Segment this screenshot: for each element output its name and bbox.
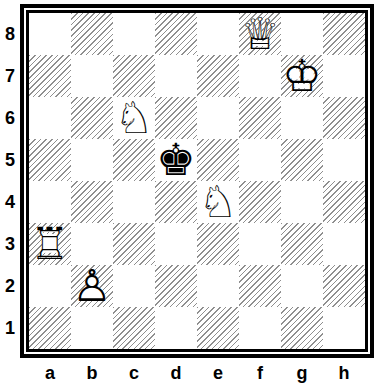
white-queen-f8[interactable]: ♛♕ xyxy=(239,13,281,55)
square-e8[interactable] xyxy=(197,13,239,55)
rank-label-7: 7 xyxy=(0,55,20,97)
square-b4[interactable] xyxy=(71,181,113,223)
rank-label-2: 2 xyxy=(0,265,20,307)
square-a6[interactable] xyxy=(29,97,71,139)
square-h7[interactable] xyxy=(323,55,365,97)
file-label-e: e xyxy=(197,361,239,386)
square-c3[interactable] xyxy=(113,223,155,265)
piece-outline-glyph: ♘ xyxy=(113,97,155,139)
square-g3[interactable] xyxy=(281,223,323,265)
white-pawn-b2[interactable]: ♟♙ xyxy=(71,265,113,307)
file-label-g: g xyxy=(281,361,323,386)
square-a5[interactable] xyxy=(29,139,71,181)
square-g4[interactable] xyxy=(281,181,323,223)
square-d6[interactable] xyxy=(155,97,197,139)
board-inner-frame: ♛♕♚♔♞♘♚♞♘♜♖♟♙ xyxy=(26,10,368,352)
piece-outline-glyph: ♖ xyxy=(29,223,71,265)
piece-outline-glyph: ♘ xyxy=(197,181,239,223)
square-a3[interactable]: ♜♖ xyxy=(29,223,71,265)
white-king-g7[interactable]: ♚♔ xyxy=(281,55,323,97)
square-e5[interactable] xyxy=(197,139,239,181)
square-c7[interactable] xyxy=(113,55,155,97)
square-e1[interactable] xyxy=(197,307,239,349)
square-d5[interactable]: ♚ xyxy=(155,139,197,181)
square-f6[interactable] xyxy=(239,97,281,139)
square-h3[interactable] xyxy=(323,223,365,265)
square-f7[interactable] xyxy=(239,55,281,97)
rank-label-6: 6 xyxy=(0,97,20,139)
chess-diagram: 87654321 ♛♕♚♔♞♘♚♞♘♜♖♟♙ abcdefgh xyxy=(0,0,382,387)
square-a1[interactable] xyxy=(29,307,71,349)
square-h8[interactable] xyxy=(323,13,365,55)
white-knight-c6[interactable]: ♞♘ xyxy=(113,97,155,139)
white-knight-e4[interactable]: ♞♘ xyxy=(197,181,239,223)
square-f2[interactable] xyxy=(239,265,281,307)
square-d3[interactable] xyxy=(155,223,197,265)
square-a7[interactable] xyxy=(29,55,71,97)
white-rook-a3[interactable]: ♜♖ xyxy=(29,223,71,265)
file-label-c: c xyxy=(113,361,155,386)
square-e2[interactable] xyxy=(197,265,239,307)
square-e3[interactable] xyxy=(197,223,239,265)
square-d7[interactable] xyxy=(155,55,197,97)
square-c4[interactable] xyxy=(113,181,155,223)
square-a8[interactable] xyxy=(29,13,71,55)
square-h4[interactable] xyxy=(323,181,365,223)
piece-outline-glyph: ♔ xyxy=(281,55,323,97)
square-g2[interactable] xyxy=(281,265,323,307)
square-c8[interactable] xyxy=(113,13,155,55)
piece-solid-glyph: ♚ xyxy=(155,139,197,181)
piece-outline-glyph: ♙ xyxy=(71,265,113,307)
rank-label-8: 8 xyxy=(0,13,20,55)
square-h2[interactable] xyxy=(323,265,365,307)
rank-label-4: 4 xyxy=(0,181,20,223)
chess-board: ♛♕♚♔♞♘♚♞♘♜♖♟♙ xyxy=(20,4,374,358)
square-h6[interactable] xyxy=(323,97,365,139)
file-label-f: f xyxy=(239,361,281,386)
square-b3[interactable] xyxy=(71,223,113,265)
square-e6[interactable] xyxy=(197,97,239,139)
square-d1[interactable] xyxy=(155,307,197,349)
square-f8[interactable]: ♛♕ xyxy=(239,13,281,55)
rank-labels: 87654321 xyxy=(0,13,20,349)
square-h5[interactable] xyxy=(323,139,365,181)
square-a2[interactable] xyxy=(29,265,71,307)
square-b1[interactable] xyxy=(71,307,113,349)
square-e7[interactable] xyxy=(197,55,239,97)
square-f5[interactable] xyxy=(239,139,281,181)
square-b8[interactable] xyxy=(71,13,113,55)
square-g7[interactable]: ♚♔ xyxy=(281,55,323,97)
square-h1[interactable] xyxy=(323,307,365,349)
square-c6[interactable]: ♞♘ xyxy=(113,97,155,139)
square-b7[interactable] xyxy=(71,55,113,97)
square-f1[interactable] xyxy=(239,307,281,349)
square-c5[interactable] xyxy=(113,139,155,181)
square-f3[interactable] xyxy=(239,223,281,265)
square-g1[interactable] xyxy=(281,307,323,349)
square-d2[interactable] xyxy=(155,265,197,307)
file-label-a: a xyxy=(29,361,71,386)
file-label-d: d xyxy=(155,361,197,386)
rank-label-5: 5 xyxy=(0,139,20,181)
square-b5[interactable] xyxy=(71,139,113,181)
square-f4[interactable] xyxy=(239,181,281,223)
file-label-b: b xyxy=(71,361,113,386)
square-b6[interactable] xyxy=(71,97,113,139)
square-c1[interactable] xyxy=(113,307,155,349)
rank-label-1: 1 xyxy=(0,307,20,349)
file-label-h: h xyxy=(323,361,365,386)
square-d8[interactable] xyxy=(155,13,197,55)
square-d4[interactable] xyxy=(155,181,197,223)
rank-label-3: 3 xyxy=(0,223,20,265)
square-g5[interactable] xyxy=(281,139,323,181)
square-c2[interactable] xyxy=(113,265,155,307)
square-a4[interactable] xyxy=(29,181,71,223)
square-b2[interactable]: ♟♙ xyxy=(71,265,113,307)
board-grid: ♛♕♚♔♞♘♚♞♘♜♖♟♙ xyxy=(29,13,365,349)
file-labels: abcdefgh xyxy=(29,361,365,386)
square-g6[interactable] xyxy=(281,97,323,139)
square-e4[interactable]: ♞♘ xyxy=(197,181,239,223)
black-king-d5[interactable]: ♚ xyxy=(155,139,197,181)
square-g8[interactable] xyxy=(281,13,323,55)
piece-outline-glyph: ♕ xyxy=(239,13,281,55)
